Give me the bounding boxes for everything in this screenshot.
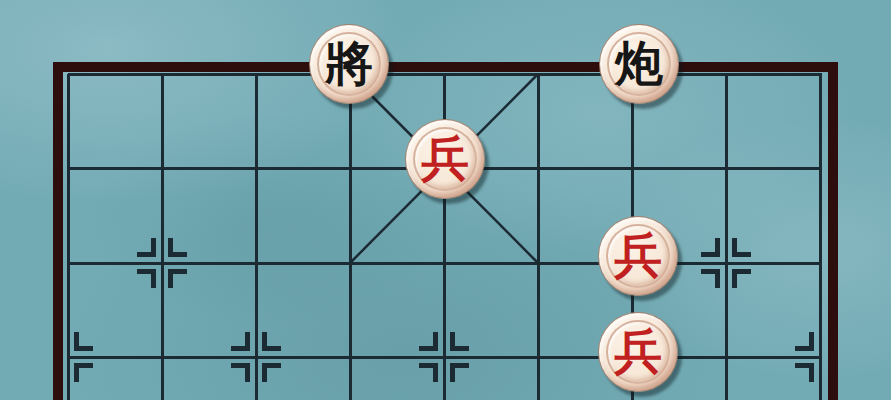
soldier-point-marker xyxy=(450,332,469,351)
soldier-point-marker xyxy=(419,363,438,382)
piece-glyph: 將 xyxy=(325,39,373,87)
piece-glyph: 兵 xyxy=(614,231,662,279)
soldier-point-marker xyxy=(262,332,281,351)
soldier-point-marker xyxy=(231,332,250,351)
grid-line xyxy=(537,74,540,400)
soldier-point-marker xyxy=(795,332,814,351)
grid-line xyxy=(255,74,258,400)
soldier-point-marker xyxy=(262,363,281,382)
piece-glyph: 兵 xyxy=(614,327,662,375)
cannon-point-marker xyxy=(137,269,156,288)
soldier-point-marker xyxy=(450,363,469,382)
piece-glyph: 兵 xyxy=(421,134,469,182)
cannon-point-marker xyxy=(137,238,156,257)
grid-line xyxy=(161,74,164,400)
grid-line xyxy=(725,74,728,400)
piece-glyph: 炮 xyxy=(615,39,663,87)
piece-red-soldier[interactable]: 兵 xyxy=(598,312,678,392)
cannon-point-marker xyxy=(732,269,751,288)
soldier-point-marker xyxy=(795,363,814,382)
cannon-point-marker xyxy=(168,238,187,257)
grid-line xyxy=(819,74,822,400)
cannon-point-marker xyxy=(701,238,720,257)
soldier-point-marker xyxy=(419,332,438,351)
xiangqi-board: 將炮兵兵兵 xyxy=(0,0,891,400)
cannon-point-marker xyxy=(168,269,187,288)
cannon-point-marker xyxy=(701,269,720,288)
grid-line xyxy=(349,74,352,400)
grid-line xyxy=(67,74,70,400)
soldier-point-marker xyxy=(74,332,93,351)
piece-red-soldier[interactable]: 兵 xyxy=(598,216,678,296)
piece-red-soldier[interactable]: 兵 xyxy=(405,119,485,199)
soldier-point-marker xyxy=(74,363,93,382)
piece-black-general[interactable]: 將 xyxy=(309,24,389,104)
soldier-point-marker xyxy=(231,363,250,382)
cannon-point-marker xyxy=(732,238,751,257)
piece-black-cannon[interactable]: 炮 xyxy=(599,24,679,104)
